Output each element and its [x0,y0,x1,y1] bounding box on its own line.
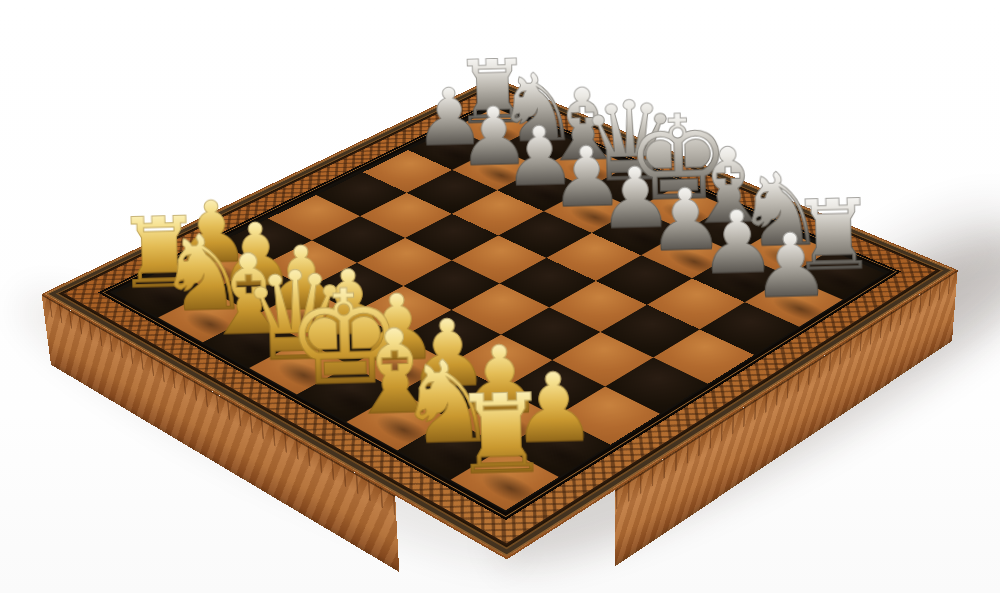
stencil-border-band: ♜♞♝♛♚♝♞♜♟♟♟♟♟♟♟♟♟♟♟♟♟♟♟♟♜♞♝♛♚♝♞♜ [61,85,938,545]
piece-black-silver-pawn-h7[interactable]: ♟ [750,224,831,309]
chess-board: ♜♞♝♛♚♝♞♜♟♟♟♟♟♟♟♟♟♟♟♟♟♟♟♟♜♞♝♛♚♝♞♜ [42,77,958,559]
product-photo-stage: ♜♞♝♛♚♝♞♜♟♟♟♟♟♟♟♟♟♟♟♟♟♟♟♟♜♞♝♛♚♝♞♜ [0,0,1000,593]
scene-3d: ♜♞♝♛♚♝♞♜♟♟♟♟♟♟♟♟♟♟♟♟♟♟♟♟♜♞♝♛♚♝♞♜ [0,0,1000,593]
square-h6[interactable] [700,302,799,355]
square-h1[interactable]: ♜ [451,448,559,511]
square-h7[interactable]: ♟ [745,276,843,327]
leather-case-top: ♜♞♝♛♚♝♞♜♟♟♟♟♟♟♟♟♟♟♟♟♟♟♟♟♜♞♝♛♚♝♞♜ [42,77,958,559]
piece-white-gold-rook-h1[interactable]: ♜ [451,382,552,488]
